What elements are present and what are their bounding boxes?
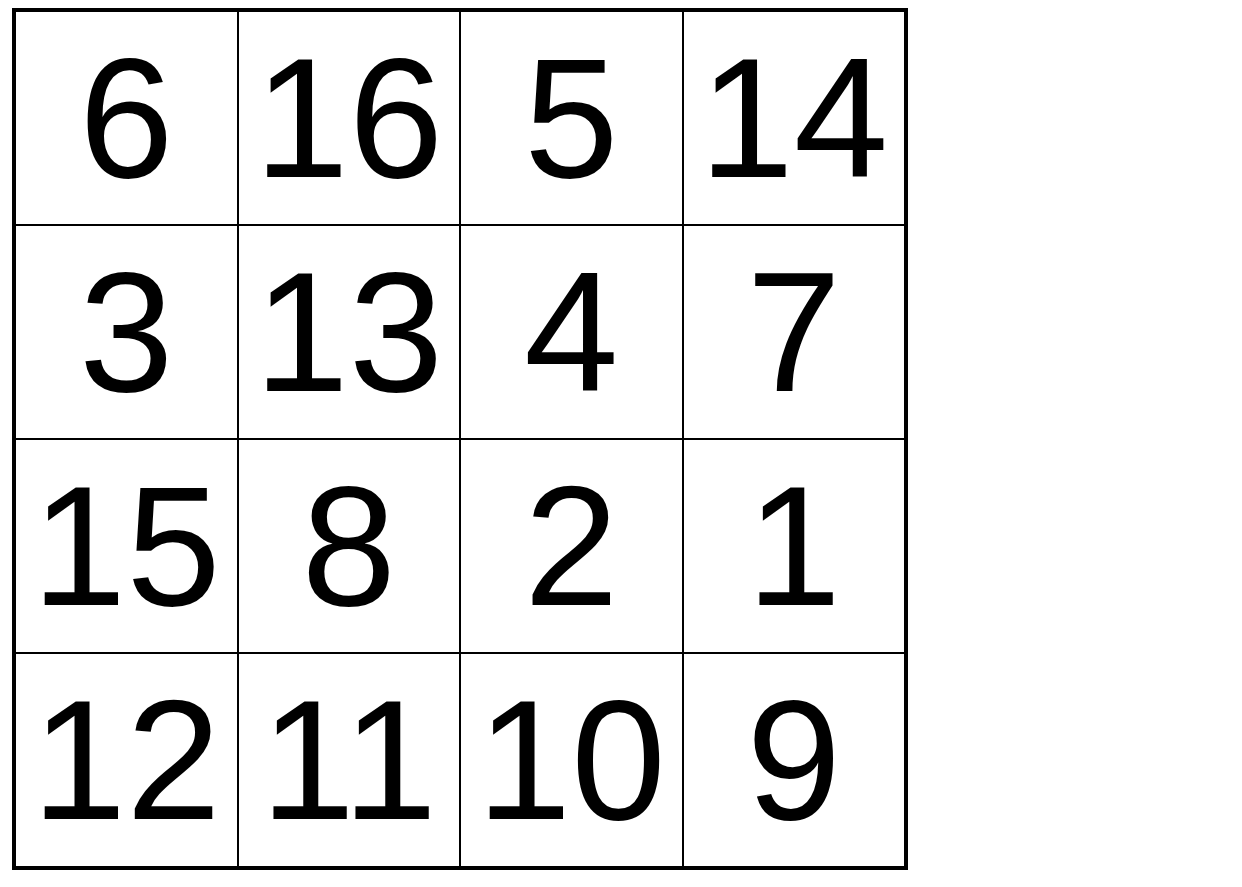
cell-r3c3[interactable]: 2 bbox=[461, 440, 682, 652]
cell-r4c3[interactable]: 10 bbox=[461, 654, 682, 866]
cell-r4c4[interactable]: 9 bbox=[684, 654, 905, 866]
cell-r1c3[interactable]: 5 bbox=[461, 12, 682, 224]
cell-r4c1[interactable]: 12 bbox=[16, 654, 237, 866]
cell-r2c4[interactable]: 7 bbox=[684, 226, 905, 438]
cell-r2c1[interactable]: 3 bbox=[16, 226, 237, 438]
cell-r3c1[interactable]: 15 bbox=[16, 440, 237, 652]
cell-r1c1[interactable]: 6 bbox=[16, 12, 237, 224]
cell-r1c4[interactable]: 14 bbox=[684, 12, 905, 224]
cell-r3c4[interactable]: 1 bbox=[684, 440, 905, 652]
cell-r2c2[interactable]: 13 bbox=[239, 226, 460, 438]
cell-r3c2[interactable]: 8 bbox=[239, 440, 460, 652]
number-grid-board: 6 16 5 14 3 13 4 7 15 8 2 1 12 11 10 9 bbox=[12, 8, 908, 870]
cell-r1c2[interactable]: 16 bbox=[239, 12, 460, 224]
cell-r2c3[interactable]: 4 bbox=[461, 226, 682, 438]
cell-r4c2[interactable]: 11 bbox=[239, 654, 460, 866]
